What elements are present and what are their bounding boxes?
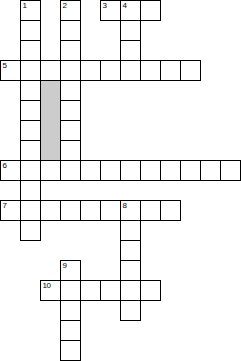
cell-r14c7[interactable] [140, 280, 161, 301]
cell-r3c5[interactable] [100, 60, 121, 81]
cell-r1c1[interactable] [20, 20, 41, 41]
cell-r3c7[interactable] [140, 60, 161, 81]
cell-r8c8[interactable] [160, 160, 181, 181]
cell-r10c1[interactable] [20, 200, 41, 221]
cell-r1c3[interactable] [60, 20, 81, 41]
cell-r2c3[interactable] [60, 40, 81, 61]
cell-r0c1[interactable] [20, 0, 41, 21]
cell-r14c3[interactable] [60, 280, 81, 301]
cell-r7c3[interactable] [60, 140, 81, 161]
cell-r14c5[interactable] [100, 280, 121, 301]
cell-r8c4[interactable] [80, 160, 101, 181]
cell-r8c1[interactable] [20, 160, 41, 181]
cell-r3c2[interactable] [40, 60, 61, 81]
cell-r10c6[interactable] [120, 200, 141, 221]
cell-r8c2[interactable] [40, 160, 61, 181]
cell-r10c4[interactable] [80, 200, 101, 221]
cell-r8c9[interactable] [180, 160, 201, 181]
cell-r3c3[interactable] [60, 60, 81, 81]
cell-r0c5[interactable] [100, 0, 121, 21]
cell-r5c3[interactable] [60, 100, 81, 121]
cell-r8c0[interactable] [0, 160, 21, 181]
cell-r3c1[interactable] [20, 60, 41, 81]
cell-r8c6[interactable] [120, 160, 141, 181]
cell-r15c3[interactable] [60, 300, 81, 321]
cell-r3c6[interactable] [120, 60, 141, 81]
cell-r2c6[interactable] [120, 40, 141, 61]
cell-r11c1[interactable] [20, 220, 41, 241]
cell-r11c6[interactable] [120, 220, 141, 241]
cell-r8c5[interactable] [100, 160, 121, 181]
cell-r8c10[interactable] [200, 160, 221, 181]
cell-r1c6[interactable] [120, 20, 141, 41]
cell-r13c6[interactable] [120, 260, 141, 281]
cell-r0c7[interactable] [140, 0, 161, 21]
cell-r6c1[interactable] [20, 120, 41, 141]
cell-r13c3[interactable] [60, 260, 81, 281]
cell-r8c11[interactable] [220, 160, 241, 181]
cell-r3c8[interactable] [160, 60, 181, 81]
cell-r10c0[interactable] [0, 200, 21, 221]
cell-r2c1[interactable] [20, 40, 41, 61]
cell-r12c6[interactable] [120, 240, 141, 261]
cell-r6c3[interactable] [60, 120, 81, 141]
cell-r15c6[interactable] [120, 300, 141, 321]
cell-r5c1[interactable] [20, 100, 41, 121]
cell-r8c3[interactable] [60, 160, 81, 181]
cell-r9c1[interactable] [20, 180, 41, 201]
cell-r0c6[interactable] [120, 0, 141, 21]
cell-r3c0[interactable] [0, 60, 21, 81]
cell-r3c4[interactable] [80, 60, 101, 81]
crossword-board: 12345678910 [0, 0, 241, 361]
cell-r3c9[interactable] [180, 60, 201, 81]
cell-r14c4[interactable] [80, 280, 101, 301]
cell-r14c6[interactable] [120, 280, 141, 301]
shaded-column[interactable] [40, 80, 61, 161]
cell-r10c8[interactable] [160, 200, 181, 221]
cell-r14c2[interactable] [40, 280, 61, 301]
cell-r7c1[interactable] [20, 140, 41, 161]
cell-r17c3[interactable] [60, 340, 81, 361]
cell-r0c3[interactable] [60, 0, 81, 21]
cell-r10c3[interactable] [60, 200, 81, 221]
cell-r16c3[interactable] [60, 320, 81, 341]
cell-r10c5[interactable] [100, 200, 121, 221]
cell-r4c1[interactable] [20, 80, 41, 101]
cell-r4c3[interactable] [60, 80, 81, 101]
cell-r10c7[interactable] [140, 200, 161, 221]
cell-r10c2[interactable] [40, 200, 61, 221]
cell-r8c7[interactable] [140, 160, 161, 181]
